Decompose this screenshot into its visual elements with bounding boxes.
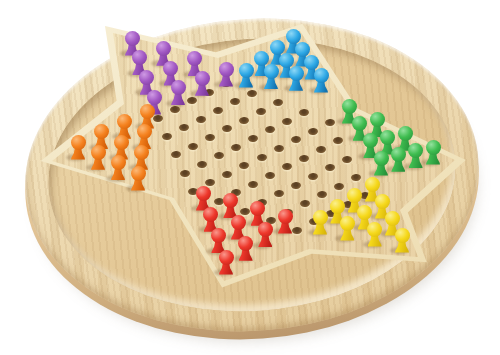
peg-head [239,63,254,78]
peg-head [385,211,400,226]
peg-head [426,140,441,155]
peg-head [258,222,273,237]
peg-head [147,90,162,105]
peg-orange[interactable] [131,166,146,192]
peg-head [91,145,106,160]
peg-head [408,143,423,158]
peg-head [238,236,253,251]
peg-blue[interactable] [239,63,254,89]
peg-head [195,71,210,86]
peg-head [137,124,152,139]
peg-yellow[interactable] [340,216,355,242]
peg-head [187,51,202,66]
peg-blue[interactable] [289,66,304,92]
peg-head [289,66,304,81]
peg-head [363,133,378,148]
peg-head [223,193,238,208]
peg-head [365,177,380,192]
peg-orange[interactable] [111,155,126,181]
peg-head [203,207,218,222]
peg-orange[interactable] [91,145,106,171]
board-hole[interactable] [273,144,283,152]
peg-head [357,205,372,220]
peg-head [398,126,413,141]
board-hole[interactable] [281,117,291,125]
peg-red[interactable] [258,222,273,248]
peg-blue[interactable] [264,64,279,90]
peg-head [219,62,234,77]
peg-head [163,61,178,76]
peg-head [219,250,234,265]
peg-head [250,201,265,216]
peg-head [347,188,362,203]
peg-head [139,70,154,85]
board-hole[interactable] [256,153,266,161]
peg-head [370,112,385,127]
board-hole[interactable] [230,143,240,151]
peg-head [125,31,140,46]
peg-red[interactable] [238,236,253,262]
peg-head [131,166,146,181]
peg-head [352,116,367,131]
peg-yellow[interactable] [313,210,328,236]
peg-head [380,130,395,145]
board-hole[interactable] [239,116,249,124]
peg-purple[interactable] [195,71,210,97]
peg-orange[interactable] [71,135,86,161]
peg-head [140,104,155,119]
peg-head [94,124,109,139]
peg-red[interactable] [219,250,234,276]
peg-yellow[interactable] [367,222,382,248]
peg-head [171,80,186,95]
board-hole[interactable] [307,127,317,135]
peg-blue[interactable] [314,68,329,94]
peg-green[interactable] [374,151,389,177]
peg-head [211,228,226,243]
peg-head [114,135,129,150]
peg-green[interactable] [408,143,423,169]
chinese-checkers-board-photo [0,0,500,355]
board-hole[interactable] [187,142,197,150]
peg-head [313,210,328,225]
peg-purple[interactable] [171,80,186,106]
peg-head [132,50,147,65]
peg-yellow[interactable] [395,228,410,254]
peg-head [278,209,293,224]
peg-head [231,215,246,230]
peg-head [117,114,132,129]
peg-green[interactable] [426,140,441,166]
peg-head [330,199,345,214]
peg-head [111,155,126,170]
peg-head [391,147,406,162]
peg-red[interactable] [278,209,293,235]
board-hole[interactable] [179,169,189,177]
board-hole[interactable] [196,115,206,123]
peg-head [374,151,389,166]
peg-head [314,68,329,83]
peg-head [367,222,382,237]
peg-green[interactable] [391,147,406,173]
peg-purple[interactable] [219,62,234,88]
peg-head [264,64,279,79]
peg-head [71,135,86,150]
peg-head [342,99,357,114]
peg-head [156,41,171,56]
peg-head [134,145,149,160]
peg-head [395,228,410,243]
board-hole[interactable] [324,119,334,127]
peg-head [340,216,355,231]
peg-head [196,186,211,201]
peg-head [375,194,390,209]
